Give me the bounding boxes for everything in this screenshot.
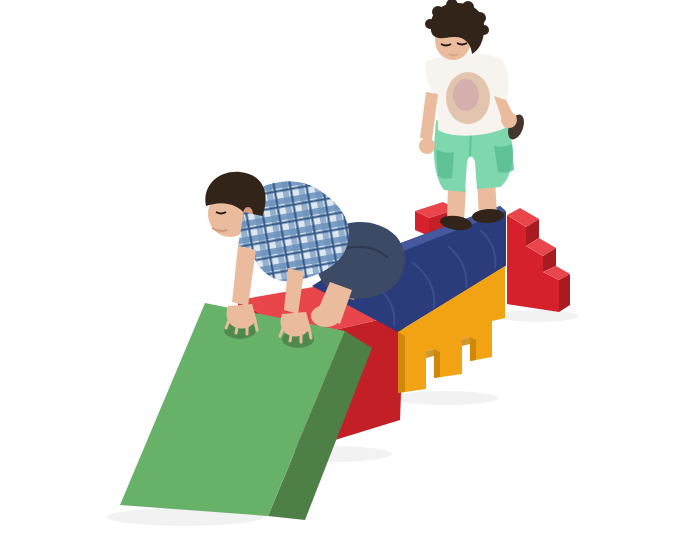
curl	[474, 12, 486, 24]
photo-canvas	[0, 0, 700, 560]
curl	[425, 19, 435, 29]
crawler-knee	[311, 305, 341, 327]
stander-left-hand	[501, 112, 517, 128]
curl	[462, 1, 474, 13]
tshirt-print-inner	[453, 79, 479, 111]
curl	[432, 6, 444, 18]
finger	[290, 330, 292, 341]
stander-right-fist	[419, 138, 435, 154]
softplay-scene	[0, 0, 700, 560]
finger	[309, 328, 311, 338]
yellow-leg-shade	[470, 337, 476, 361]
stander-pocket-left	[436, 150, 454, 179]
shadow-staircase	[498, 310, 578, 322]
yellow-leg-shade	[434, 349, 440, 378]
yellow-leg-shade	[398, 332, 405, 393]
finger	[236, 322, 238, 333]
shadow-yellow	[394, 391, 498, 405]
curl	[479, 25, 489, 35]
finger	[255, 320, 257, 330]
